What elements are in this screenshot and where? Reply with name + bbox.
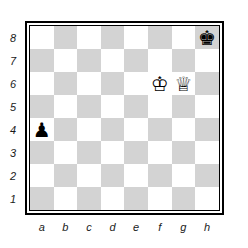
file-label-a: a xyxy=(30,219,54,235)
chess-diagram: 87654321 ♚♔♕♟ abcdefgh xyxy=(0,0,248,248)
square-h4[interactable] xyxy=(195,118,219,141)
rank-label-5: 5 xyxy=(0,95,20,118)
square-b8[interactable] xyxy=(54,26,78,49)
chess-board-frame: ♚♔♕♟ xyxy=(25,21,224,215)
square-g4[interactable] xyxy=(172,118,196,141)
square-c1[interactable] xyxy=(77,187,101,210)
square-c4[interactable] xyxy=(77,118,101,141)
rank-label-7: 7 xyxy=(0,49,20,72)
square-c8[interactable] xyxy=(77,26,101,49)
square-h6[interactable] xyxy=(195,72,219,95)
file-label-g: g xyxy=(172,219,196,235)
square-a3[interactable] xyxy=(30,141,54,164)
square-d7[interactable] xyxy=(101,49,125,72)
square-b2[interactable] xyxy=(54,164,78,187)
square-d2[interactable] xyxy=(101,164,125,187)
square-e6[interactable] xyxy=(124,72,148,95)
square-h5[interactable] xyxy=(195,95,219,118)
square-e4[interactable] xyxy=(124,118,148,141)
square-e3[interactable] xyxy=(124,141,148,164)
square-c3[interactable] xyxy=(77,141,101,164)
square-e5[interactable] xyxy=(124,95,148,118)
square-d6[interactable] xyxy=(101,72,125,95)
square-h7[interactable] xyxy=(195,49,219,72)
black-pawn-piece[interactable]: ♟ xyxy=(30,118,54,141)
square-f4[interactable] xyxy=(148,118,172,141)
square-b1[interactable] xyxy=(54,187,78,210)
square-g1[interactable] xyxy=(172,187,196,210)
square-c5[interactable] xyxy=(77,95,101,118)
chess-board-inner-frame: ♚♔♕♟ xyxy=(29,25,220,211)
square-b4[interactable] xyxy=(54,118,78,141)
rank-labels: 87654321 xyxy=(0,26,20,210)
square-c6[interactable] xyxy=(77,72,101,95)
square-g3[interactable] xyxy=(172,141,196,164)
rank-label-8: 8 xyxy=(0,26,20,49)
square-f3[interactable] xyxy=(148,141,172,164)
square-f6[interactable]: ♔ xyxy=(148,72,172,95)
file-label-b: b xyxy=(54,219,78,235)
square-h2[interactable] xyxy=(195,164,219,187)
square-g8[interactable] xyxy=(172,26,196,49)
square-d8[interactable] xyxy=(101,26,125,49)
rank-label-3: 3 xyxy=(0,141,20,164)
square-f1[interactable] xyxy=(148,187,172,210)
file-labels: abcdefgh xyxy=(30,219,219,235)
square-d3[interactable] xyxy=(101,141,125,164)
square-f8[interactable] xyxy=(148,26,172,49)
file-label-f: f xyxy=(148,219,172,235)
square-h3[interactable] xyxy=(195,141,219,164)
square-a2[interactable] xyxy=(30,164,54,187)
square-e2[interactable] xyxy=(124,164,148,187)
square-f7[interactable] xyxy=(148,49,172,72)
square-h8[interactable]: ♚ xyxy=(195,26,219,49)
square-e7[interactable] xyxy=(124,49,148,72)
file-label-h: h xyxy=(195,219,219,235)
square-g5[interactable] xyxy=(172,95,196,118)
square-e8[interactable] xyxy=(124,26,148,49)
square-d1[interactable] xyxy=(101,187,125,210)
square-d5[interactable] xyxy=(101,95,125,118)
square-a8[interactable] xyxy=(30,26,54,49)
file-label-e: e xyxy=(124,219,148,235)
square-e1[interactable] xyxy=(124,187,148,210)
file-label-d: d xyxy=(101,219,125,235)
rank-label-6: 6 xyxy=(0,72,20,95)
black-king-piece[interactable]: ♚ xyxy=(195,26,219,49)
white-king-piece[interactable]: ♔ xyxy=(148,72,172,95)
square-g7[interactable] xyxy=(172,49,196,72)
square-g2[interactable] xyxy=(172,164,196,187)
rank-label-2: 2 xyxy=(0,164,20,187)
square-a5[interactable] xyxy=(30,95,54,118)
square-f2[interactable] xyxy=(148,164,172,187)
file-label-c: c xyxy=(77,219,101,235)
square-g6[interactable]: ♕ xyxy=(172,72,196,95)
square-a6[interactable] xyxy=(30,72,54,95)
square-b5[interactable] xyxy=(54,95,78,118)
square-a1[interactable] xyxy=(30,187,54,210)
rank-label-1: 1 xyxy=(0,187,20,210)
square-h1[interactable] xyxy=(195,187,219,210)
square-b3[interactable] xyxy=(54,141,78,164)
chess-board: ♚♔♕♟ xyxy=(30,26,219,210)
square-f5[interactable] xyxy=(148,95,172,118)
square-a7[interactable] xyxy=(30,49,54,72)
square-b7[interactable] xyxy=(54,49,78,72)
square-a4[interactable]: ♟ xyxy=(30,118,54,141)
square-d4[interactable] xyxy=(101,118,125,141)
square-b6[interactable] xyxy=(54,72,78,95)
rank-label-4: 4 xyxy=(0,118,20,141)
square-c7[interactable] xyxy=(77,49,101,72)
square-c2[interactable] xyxy=(77,164,101,187)
white-queen-piece[interactable]: ♕ xyxy=(172,72,196,95)
